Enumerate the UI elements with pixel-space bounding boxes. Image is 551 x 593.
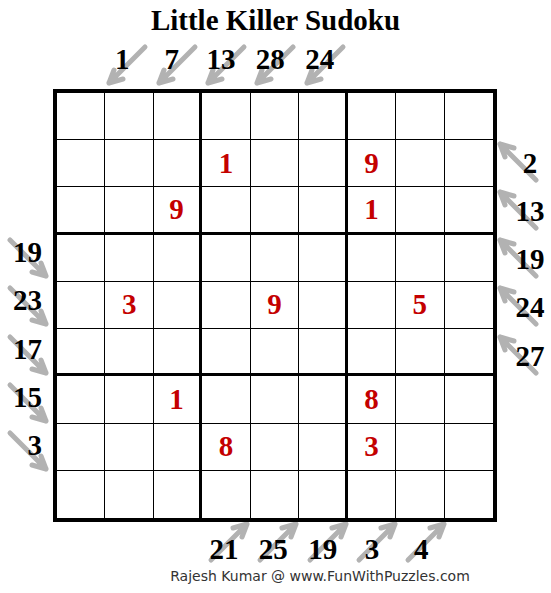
cell-r5c9[interactable] <box>445 282 493 329</box>
cell-r3c3[interactable]: 9 <box>154 187 202 234</box>
page-title: Little Killer Sudoku <box>0 2 551 38</box>
clue-left-row4: 19 <box>0 236 42 268</box>
clue-left-row6: 17 <box>0 333 42 365</box>
cell-r2c7[interactable]: 9 <box>348 140 396 187</box>
cell-r4c4[interactable] <box>202 235 250 282</box>
cell-r7c9[interactable] <box>445 376 493 423</box>
cell-r6c1[interactable] <box>57 329 105 376</box>
cell-r4c5[interactable] <box>251 235 299 282</box>
cell-r6c6[interactable] <box>299 329 347 376</box>
cell-r9c9[interactable] <box>445 471 493 518</box>
cell-r7c2[interactable] <box>105 376 153 423</box>
cell-r1c7[interactable] <box>348 93 396 140</box>
cell-r6c8[interactable] <box>396 329 444 376</box>
cell-r5c3[interactable] <box>154 282 202 329</box>
cell-r7c3[interactable]: 1 <box>154 376 202 423</box>
given-digit: 9 <box>364 149 379 178</box>
cell-r4c8[interactable] <box>396 235 444 282</box>
clue-top-col5: 28 <box>248 43 292 75</box>
cell-r9c8[interactable] <box>396 471 444 518</box>
cell-r1c2[interactable] <box>105 93 153 140</box>
cell-r5c7[interactable] <box>348 282 396 329</box>
cell-r2c4[interactable]: 1 <box>202 140 250 187</box>
cell-r2c9[interactable] <box>445 140 493 187</box>
cell-r9c5[interactable] <box>251 471 299 518</box>
cell-r9c7[interactable] <box>348 471 396 518</box>
cell-r8c4[interactable]: 8 <box>202 424 250 471</box>
clue-left-row5: 23 <box>0 284 42 316</box>
given-digit: 3 <box>364 432 379 461</box>
clue-left-row8: 3 <box>0 429 42 461</box>
cell-r8c2[interactable] <box>105 424 153 471</box>
given-digit: 9 <box>169 195 184 224</box>
cell-r3c7[interactable]: 1 <box>348 187 396 234</box>
cell-r2c8[interactable] <box>396 140 444 187</box>
clue-top-col6: 24 <box>298 43 342 75</box>
cell-r7c4[interactable] <box>202 376 250 423</box>
cell-r2c2[interactable] <box>105 140 153 187</box>
given-digit: 3 <box>122 290 137 319</box>
cell-r6c4[interactable] <box>202 329 250 376</box>
given-digit: 1 <box>219 149 234 178</box>
given-digit: 1 <box>169 385 184 414</box>
cell-r3c1[interactable] <box>57 187 105 234</box>
cell-r8c1[interactable] <box>57 424 105 471</box>
clue-top-col4: 13 <box>199 43 243 75</box>
cell-r7c6[interactable] <box>299 376 347 423</box>
cell-r2c6[interactable] <box>299 140 347 187</box>
cell-r3c6[interactable] <box>299 187 347 234</box>
cell-r4c2[interactable] <box>105 235 153 282</box>
board: 19913951883 <box>53 89 497 522</box>
cell-r1c9[interactable] <box>445 93 493 140</box>
given-digit: 8 <box>364 385 379 414</box>
cell-r3c9[interactable] <box>445 187 493 234</box>
cell-r3c5[interactable] <box>251 187 299 234</box>
cell-r3c4[interactable] <box>202 187 250 234</box>
cell-r3c8[interactable] <box>396 187 444 234</box>
cell-r1c1[interactable] <box>57 93 105 140</box>
cell-r7c5[interactable] <box>251 376 299 423</box>
cell-r2c3[interactable] <box>154 140 202 187</box>
clue-bottom-col5: 25 <box>251 533 295 565</box>
cell-r6c2[interactable] <box>105 329 153 376</box>
cell-r2c1[interactable] <box>57 140 105 187</box>
cell-r9c2[interactable] <box>105 471 153 518</box>
puzzle-page: Little Killer Sudoku 19913951883 1713282… <box>0 0 551 593</box>
clue-bottom-col6: 19 <box>301 533 345 565</box>
cell-r5c6[interactable] <box>299 282 347 329</box>
cell-r5c2[interactable]: 3 <box>105 282 153 329</box>
cell-r4c9[interactable] <box>445 235 493 282</box>
clue-left-row7: 15 <box>0 381 42 413</box>
given-digit: 5 <box>413 290 428 319</box>
cell-r6c7[interactable] <box>348 329 396 376</box>
clue-bottom-col7: 3 <box>350 533 394 565</box>
cell-r5c5[interactable]: 9 <box>251 282 299 329</box>
cell-r2c5[interactable] <box>251 140 299 187</box>
clue-top-col3: 7 <box>150 43 194 75</box>
cell-r9c6[interactable] <box>299 471 347 518</box>
clue-right-row5: 24 <box>508 291 551 323</box>
clue-top-col2: 1 <box>100 43 144 75</box>
cell-r4c6[interactable] <box>299 235 347 282</box>
cell-r1c5[interactable] <box>251 93 299 140</box>
clue-right-row3: 13 <box>508 195 551 227</box>
cell-r9c4[interactable] <box>202 471 250 518</box>
clue-bottom-col8: 4 <box>399 533 443 565</box>
cell-r5c8[interactable]: 5 <box>396 282 444 329</box>
cell-r8c5[interactable] <box>251 424 299 471</box>
cell-r9c3[interactable] <box>154 471 202 518</box>
cell-r8c9[interactable] <box>445 424 493 471</box>
cell-r1c3[interactable] <box>154 93 202 140</box>
clue-right-row6: 27 <box>508 340 551 372</box>
cell-r3c2[interactable] <box>105 187 153 234</box>
cell-r8c8[interactable] <box>396 424 444 471</box>
cell-r1c8[interactable] <box>396 93 444 140</box>
cell-r7c1[interactable] <box>57 376 105 423</box>
cell-r4c1[interactable] <box>57 235 105 282</box>
cell-r6c5[interactable] <box>251 329 299 376</box>
cell-r1c4[interactable] <box>202 93 250 140</box>
cell-r7c8[interactable] <box>396 376 444 423</box>
given-digit: 8 <box>219 432 234 461</box>
cell-r4c3[interactable] <box>154 235 202 282</box>
given-digit: 1 <box>364 195 379 224</box>
clue-bottom-col4: 21 <box>202 533 246 565</box>
attribution: Rajesh Kumar @ www.FunWithPuzzles.com <box>170 568 470 584</box>
cell-r9c1[interactable] <box>57 471 105 518</box>
given-digit: 9 <box>267 290 282 319</box>
cell-r5c1[interactable] <box>57 282 105 329</box>
cell-r5c4[interactable] <box>202 282 250 329</box>
clue-right-row4: 19 <box>508 243 551 275</box>
cell-r6c3[interactable] <box>154 329 202 376</box>
cell-r7c7[interactable]: 8 <box>348 376 396 423</box>
clue-right-row2: 2 <box>508 147 551 179</box>
cell-r8c3[interactable] <box>154 424 202 471</box>
cell-r4c7[interactable] <box>348 235 396 282</box>
cell-r8c6[interactable] <box>299 424 347 471</box>
cell-r6c9[interactable] <box>445 329 493 376</box>
cell-r8c7[interactable]: 3 <box>348 424 396 471</box>
cell-r1c6[interactable] <box>299 93 347 140</box>
